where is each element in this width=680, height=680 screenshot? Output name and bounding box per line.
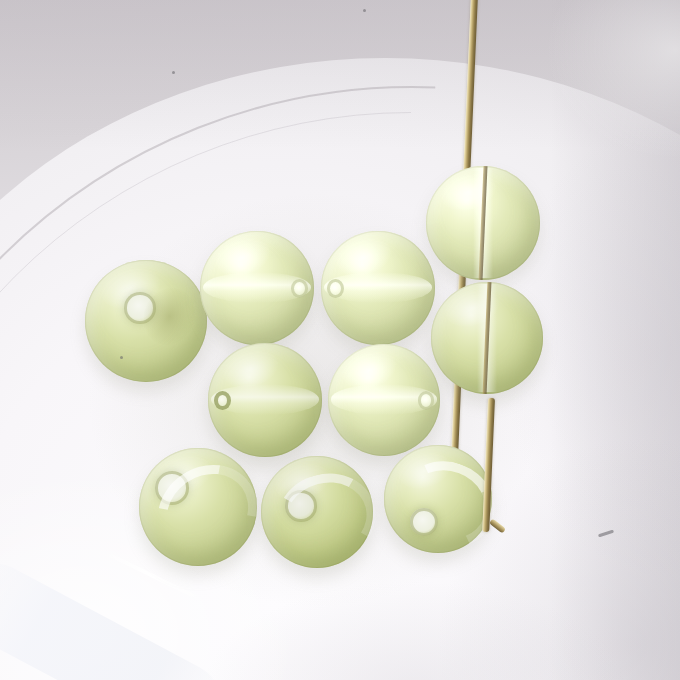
- dust-specks: [0, 0, 680, 680]
- dust-speck: [363, 9, 366, 12]
- dust-speck: [172, 71, 175, 74]
- dust-speck: [598, 530, 614, 538]
- photo-stage: [0, 0, 680, 680]
- dust-speck: [120, 356, 123, 359]
